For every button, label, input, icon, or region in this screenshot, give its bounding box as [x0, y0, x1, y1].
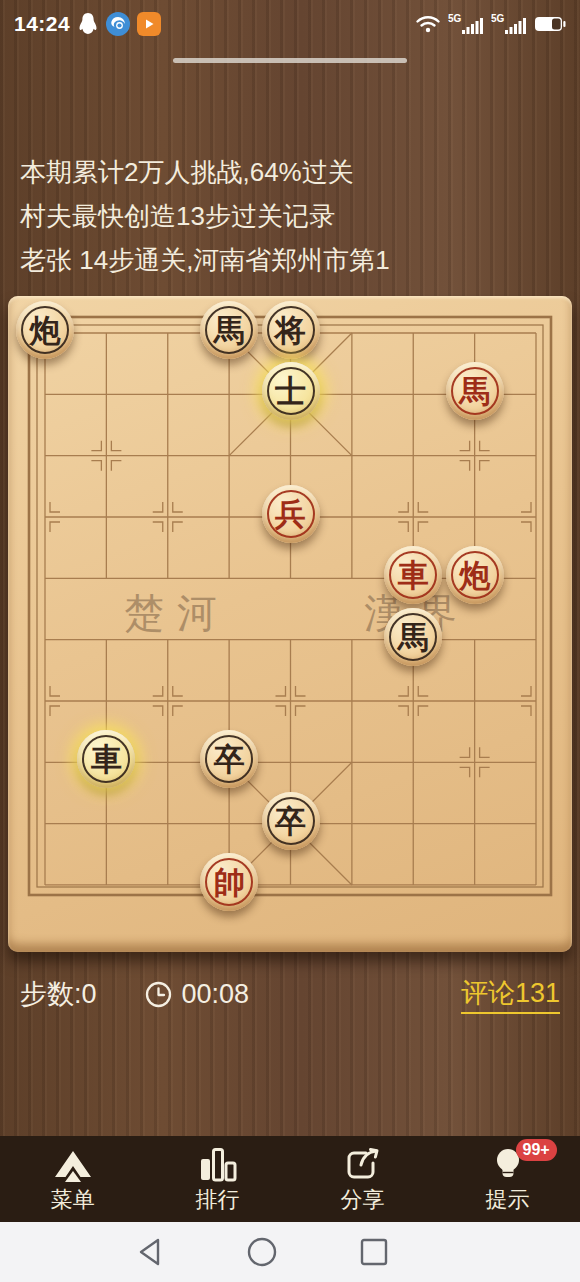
- piece-black-士-4-1[interactable]: 士: [262, 362, 320, 420]
- piece-character: 車: [398, 559, 429, 591]
- piece-red-馬-7-1[interactable]: 馬: [446, 362, 504, 420]
- menu-mountain-icon: [50, 1144, 96, 1182]
- piece-red-車-6-4[interactable]: 車: [384, 546, 442, 604]
- nav-label-hints: 提示: [486, 1185, 530, 1215]
- piece-character: 卒: [275, 805, 306, 837]
- signal-bars-icon-1: 5G: [448, 12, 484, 36]
- piece-character: 将: [275, 314, 306, 346]
- piece-character: 車: [91, 743, 122, 775]
- piece-black-将-4-0[interactable]: 将: [262, 301, 320, 359]
- timer-value: 00:08: [182, 979, 250, 1010]
- nav-label-menu: 菜单: [51, 1185, 95, 1215]
- android-back-button[interactable]: [134, 1236, 164, 1268]
- android-nav-bar: [0, 1222, 580, 1282]
- piece-red-帥-3-9[interactable]: 帥: [200, 853, 258, 911]
- wifi-icon: [415, 14, 441, 34]
- pieces-layer: 炮馬将士馬兵車炮馬車卒卒帥: [8, 296, 572, 952]
- piece-character: 卒: [214, 743, 245, 775]
- piece-character: 馬: [214, 314, 245, 346]
- signal-bars-icon-2: 5G: [491, 12, 527, 36]
- piece-character: 士: [275, 375, 306, 407]
- ranking-bars-icon: [197, 1144, 239, 1182]
- piece-character: 炮: [459, 559, 490, 591]
- piece-black-車-1-7[interactable]: 車: [77, 730, 135, 788]
- piece-red-兵-4-3[interactable]: 兵: [262, 485, 320, 543]
- bottom-nav-bar: 菜单 排行 分享 99+ 提示: [0, 1136, 580, 1222]
- notch-handle-bar: [173, 58, 407, 63]
- android-home-button[interactable]: [246, 1236, 278, 1268]
- svg-text:5G: 5G: [448, 13, 462, 24]
- stats-line-participants: 本期累计2万人挑战,64%过关: [20, 150, 390, 194]
- video-app-icon: [137, 12, 161, 36]
- piece-black-卒-4-8[interactable]: 卒: [262, 792, 320, 850]
- piece-character: 馬: [398, 621, 429, 653]
- stats-line-record: 村夫最快创造13步过关记录: [20, 194, 390, 238]
- game-info-bar: 步数:0 00:08 评论131: [0, 972, 580, 1016]
- android-recents-button[interactable]: [359, 1237, 389, 1267]
- nav-item-share[interactable]: 分享: [290, 1136, 435, 1222]
- svg-text:5G: 5G: [491, 13, 505, 24]
- piece-red-炮-7-4[interactable]: 炮: [446, 546, 504, 604]
- nav-item-hint[interactable]: 99+ 提示: [435, 1136, 580, 1222]
- blue-app-icon: [106, 12, 130, 36]
- qq-penguin-icon: [77, 12, 99, 36]
- status-bar: 14:24 5G 5G: [0, 0, 580, 48]
- xiangqi-board[interactable]: 楚河 漢界 炮馬将士馬兵車炮馬車卒卒帥: [8, 296, 572, 952]
- challenge-stats: 本期累计2万人挑战,64%过关 村夫最快创造13步过关记录 老张 14步通关,河…: [20, 150, 390, 282]
- piece-character: 兵: [275, 498, 306, 530]
- piece-character: 馬: [459, 375, 490, 407]
- share-icon: [342, 1144, 384, 1182]
- piece-black-卒-3-7[interactable]: 卒: [200, 730, 258, 788]
- piece-character: 炮: [30, 314, 61, 346]
- piece-black-馬-6-5[interactable]: 馬: [384, 608, 442, 666]
- move-counter: 步数:0: [20, 976, 97, 1012]
- nav-item-menu[interactable]: 菜单: [0, 1136, 145, 1222]
- nav-item-ranking[interactable]: 排行: [145, 1136, 290, 1222]
- piece-black-炮-0-0[interactable]: 炮: [16, 301, 74, 359]
- timer-clock-icon: [145, 981, 172, 1008]
- piece-character: 帥: [214, 866, 245, 898]
- comments-link[interactable]: 评论131: [461, 975, 560, 1014]
- nav-label-hint: 分享: [341, 1185, 385, 1215]
- piece-black-馬-3-0[interactable]: 馬: [200, 301, 258, 359]
- screen: { "status_bar": { "time": "14:24", "netw…: [0, 0, 580, 1282]
- hint-count-badge: 99+: [516, 1139, 557, 1161]
- nav-label-ranking: 排行: [196, 1185, 240, 1215]
- battery-icon: [534, 15, 566, 33]
- clock-time: 14:24: [14, 12, 70, 36]
- stats-line-player: 老张 14步通关,河南省郑州市第1: [20, 238, 390, 282]
